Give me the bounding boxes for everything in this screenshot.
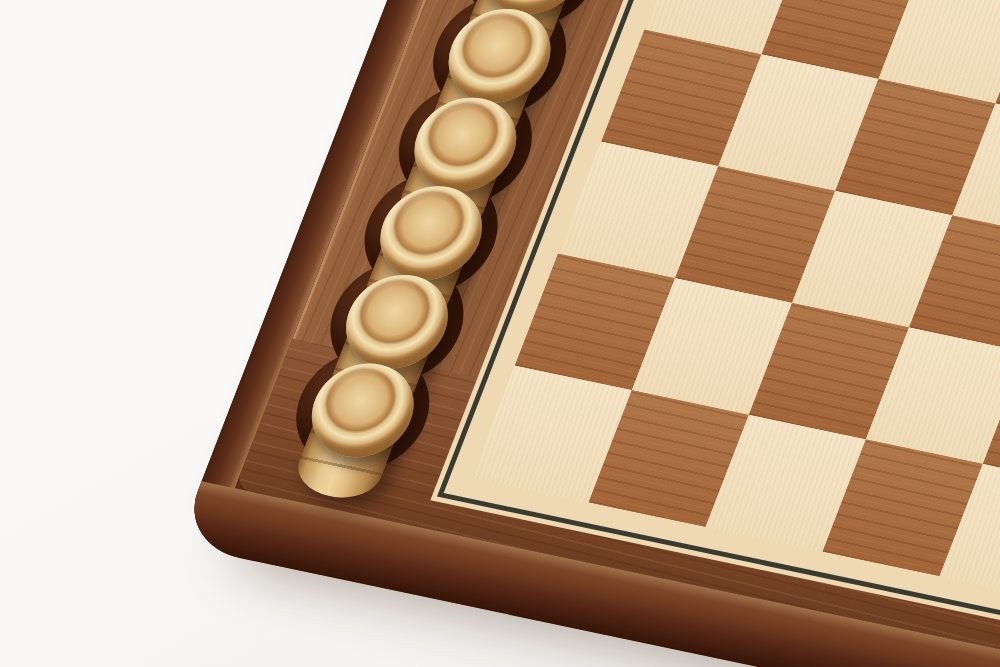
- product-photo-scene: [0, 0, 1000, 667]
- piece-tray: [177, 0, 1000, 667]
- checkers-board: [177, 0, 1000, 667]
